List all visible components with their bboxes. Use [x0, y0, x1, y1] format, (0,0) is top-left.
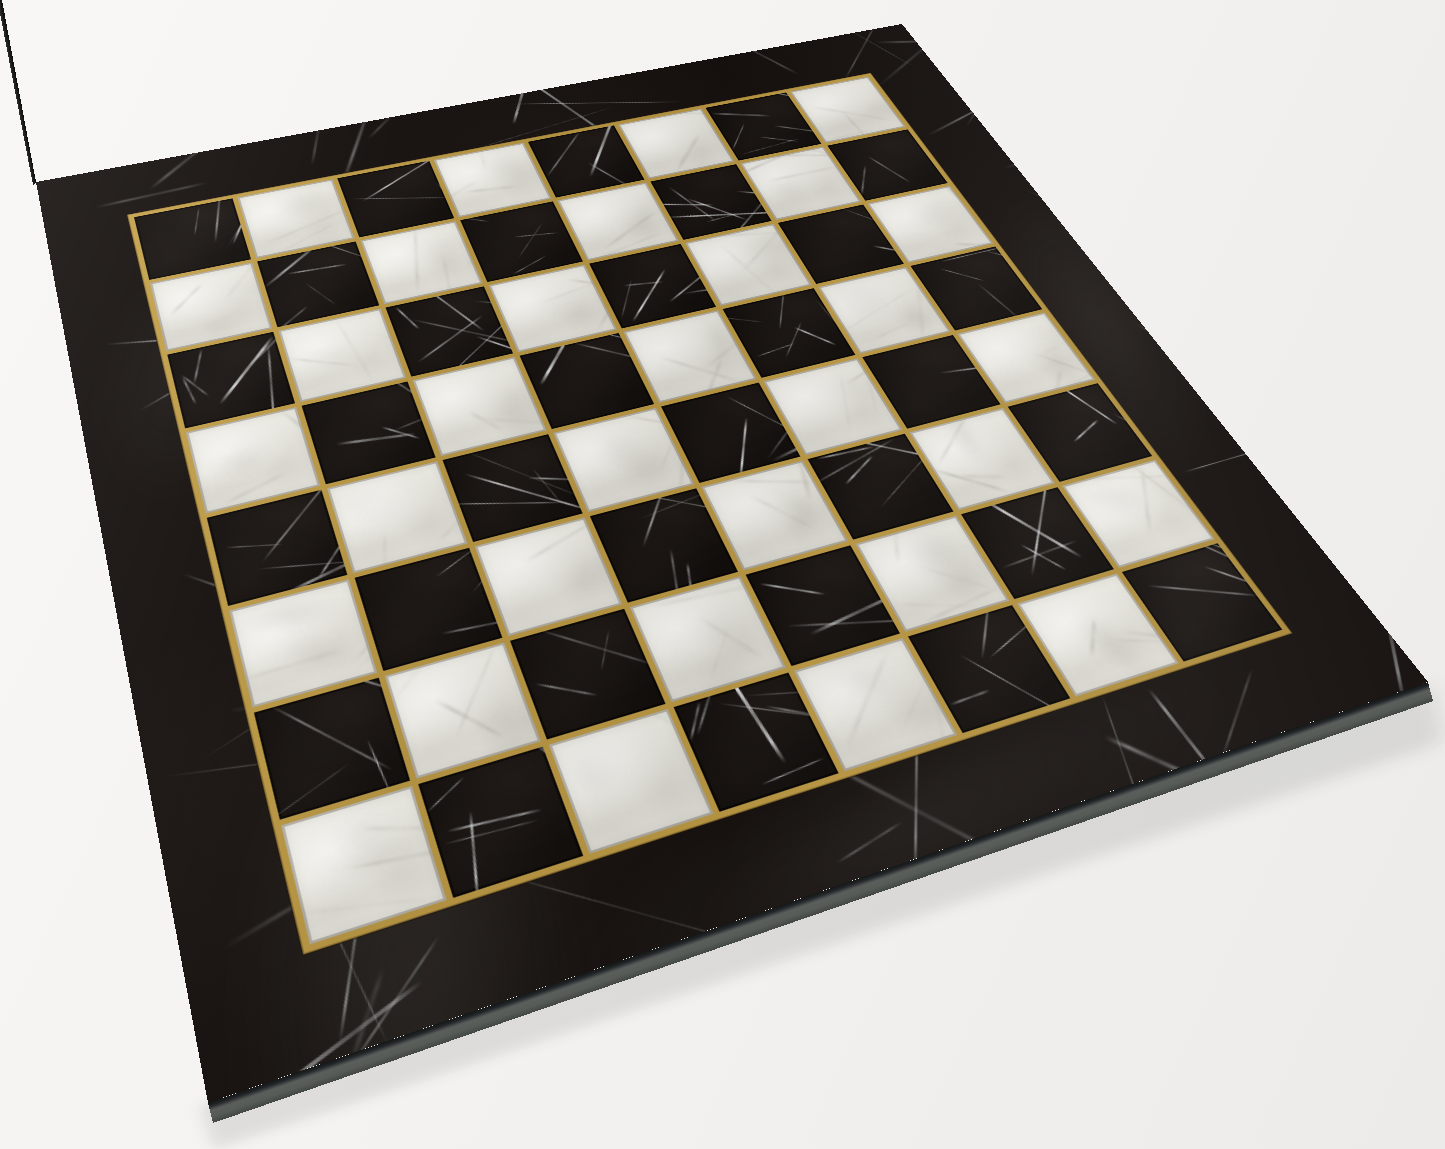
marble-vein: [1141, 468, 1152, 535]
marble-vein: [711, 113, 771, 117]
marble-vein: [603, 210, 658, 250]
marble-vein: [293, 898, 433, 916]
marble-vein: [1332, 494, 1428, 703]
marble-vein: [867, 156, 911, 183]
photo-scene: [0, 0, 1445, 1149]
marble-cloud: [269, 182, 348, 227]
marble-vein: [872, 322, 910, 340]
marble-vein: [223, 263, 258, 302]
marble-vein: [1073, 419, 1099, 442]
marble-vein: [537, 629, 656, 666]
marble-vein: [194, 208, 200, 235]
marble-vein: [687, 198, 746, 220]
marble-vein: [454, 645, 496, 741]
marble-vein: [218, 336, 274, 404]
marble-vein: [1075, 475, 1179, 480]
marble-vein: [718, 673, 787, 764]
marble-vein: [512, 255, 547, 275]
marble-vein: [786, 619, 899, 628]
marble-vein: [434, 699, 504, 738]
marble-vein: [273, 306, 308, 328]
marble-vein: [756, 343, 794, 357]
marble-vein: [761, 757, 824, 784]
marble-vein: [469, 811, 480, 898]
marble-vein: [938, 415, 968, 465]
marble-vein: [659, 357, 740, 383]
marble-vein: [194, 350, 204, 384]
marble-vein: [547, 131, 581, 177]
marble-vein: [442, 616, 503, 635]
marble-vein: [181, 375, 210, 397]
marble-vein: [318, 539, 345, 578]
marble-vein: [1060, 216, 1131, 226]
marble-vein: [336, 433, 416, 446]
marble-vein: [977, 496, 1081, 558]
marble-vein: [1230, 390, 1314, 516]
marble-vein: [836, 821, 903, 865]
marble-vein: [148, 135, 218, 190]
marble-vein: [846, 650, 888, 748]
marble-vein: [474, 143, 487, 172]
marble-cloud: [327, 483, 402, 527]
marble-vein: [921, 567, 997, 591]
marble-vein: [532, 468, 560, 501]
marble-vein: [444, 819, 538, 844]
marble-cloud: [606, 441, 677, 502]
marble-vein: [447, 809, 542, 832]
marble-vein: [652, 204, 713, 206]
marble-vein: [1090, 618, 1096, 658]
marble-cloud: [1075, 481, 1156, 518]
marble-vein: [335, 320, 375, 383]
marble-cloud: [192, 312, 247, 343]
marble-vein: [381, 426, 420, 439]
marble-vein: [779, 292, 784, 330]
marble-vein: [697, 616, 765, 660]
marble-vein: [953, 243, 993, 246]
marble-cloud: [533, 294, 616, 333]
marble-vein: [773, 155, 836, 156]
marble-vein: [721, 245, 779, 297]
marble-vein: [624, 281, 664, 286]
marble-vein: [238, 648, 344, 682]
marble-vein: [287, 357, 355, 366]
marble-vein: [510, 102, 681, 105]
marble-vein: [774, 125, 819, 132]
marble-cloud: [319, 823, 428, 895]
marble-vein: [1262, 391, 1353, 471]
marble-vein: [467, 411, 503, 431]
marble-vein: [514, 232, 559, 237]
marble-vein: [518, 222, 543, 258]
marble-cloud: [1074, 612, 1132, 662]
marble-vein: [802, 24, 915, 67]
marble-vein: [413, 225, 419, 294]
marble-vein: [622, 280, 633, 319]
marble-vein: [981, 605, 993, 659]
marble-cloud: [902, 522, 973, 582]
marble-vein: [305, 283, 337, 305]
marble-vein: [1379, 585, 1406, 703]
marble-vein: [464, 473, 583, 512]
marble-vein: [445, 181, 477, 200]
marble-vein: [891, 603, 978, 607]
marble-vein: [346, 846, 447, 869]
marble-vein: [287, 264, 347, 275]
marble-cloud: [580, 421, 666, 483]
marble-vein: [589, 125, 617, 177]
marble-vein: [1056, 384, 1117, 425]
marble-vein: [642, 488, 675, 547]
marble-vein: [1193, 370, 1299, 493]
marble-vein: [786, 322, 802, 358]
marble-cloud: [763, 173, 820, 209]
marble-vein: [957, 475, 1007, 478]
marble-cloud: [778, 492, 819, 555]
marble-vein: [270, 704, 394, 771]
marble-vein: [881, 24, 1007, 85]
marble-cloud: [827, 655, 904, 707]
marble-vein: [966, 29, 1029, 127]
marble-vein: [759, 137, 799, 142]
marble-vein: [841, 288, 914, 334]
marble-cloud: [199, 433, 278, 492]
marble-vein: [665, 211, 771, 218]
marble-vein: [732, 123, 745, 150]
marble-vein: [844, 24, 876, 80]
marble-cloud: [562, 742, 625, 803]
marble-cloud: [623, 191, 664, 237]
marble-vein: [417, 315, 484, 363]
marble-vein: [262, 489, 337, 562]
marble-cloud: [423, 247, 466, 271]
marble-vein: [384, 533, 386, 573]
marble-vein: [1031, 487, 1050, 576]
marble-vein: [676, 134, 701, 172]
marble-vein: [260, 558, 348, 570]
marble-vein: [1108, 640, 1179, 644]
marble-cloud: [923, 545, 995, 619]
marble-vein: [844, 455, 873, 485]
marble-vein: [427, 776, 465, 812]
marble-cloud: [302, 344, 370, 375]
marble-vein: [600, 630, 609, 671]
marble-vein: [1003, 129, 1159, 168]
marble-vein: [368, 100, 408, 139]
marble-vein: [169, 283, 203, 316]
marble-vein: [768, 166, 839, 182]
marble-vein: [464, 185, 518, 193]
marble-vein: [1186, 269, 1196, 372]
marble-cloud: [270, 629, 350, 678]
marble-vein: [932, 468, 1010, 493]
marble-vein: [950, 689, 991, 705]
marble-vein: [447, 502, 564, 505]
marble-vein: [875, 40, 979, 42]
marble-vein: [525, 521, 594, 563]
marble-vein: [182, 377, 197, 405]
marble-vein: [535, 682, 598, 696]
marble-vein: [793, 327, 836, 346]
marble-vein: [690, 701, 701, 740]
marble-vein: [311, 109, 323, 165]
marble-vein: [225, 544, 283, 548]
marble-vein: [359, 827, 435, 831]
marble-cloud: [331, 809, 396, 861]
marble-vein: [351, 197, 450, 199]
marble-vein: [748, 495, 814, 530]
marble-vein: [740, 418, 748, 480]
marble-vein: [1133, 322, 1322, 438]
marble-cloud: [219, 444, 277, 488]
marble-vein: [1001, 539, 1078, 568]
marble-cloud: [682, 598, 764, 665]
marble-vein: [396, 661, 426, 698]
marble-vein: [264, 208, 349, 245]
marble-vein: [879, 24, 970, 86]
marble-vein: [940, 268, 986, 281]
marble-vein: [395, 307, 420, 329]
marble-vein: [809, 106, 895, 121]
marble-vein: [861, 166, 866, 196]
marble-vein: [731, 480, 814, 483]
marble-vein: [632, 268, 667, 321]
marble-vein: [214, 198, 222, 242]
marble-vein: [1020, 544, 1067, 571]
marble-vein: [917, 281, 925, 345]
marble-vein: [1024, 189, 1190, 262]
marble-vein: [710, 626, 730, 681]
marble-vein: [722, 317, 762, 323]
marble-vein: [512, 85, 526, 124]
marble-vein: [461, 216, 489, 221]
marble-vein: [927, 71, 1049, 135]
marble-vein: [1031, 352, 1095, 388]
marble-vein: [1186, 378, 1249, 405]
marble-vein: [481, 418, 547, 424]
marble-vein: [706, 213, 738, 222]
marble-vein: [411, 319, 514, 344]
marble-vein: [759, 583, 824, 595]
marble-vein: [1147, 585, 1258, 596]
marble-vein: [793, 460, 812, 500]
marble-vein: [668, 187, 716, 222]
marble-vein: [717, 31, 800, 75]
marble-cloud: [830, 278, 902, 328]
marble-cloud: [1070, 609, 1160, 689]
marble-vein: [1184, 451, 1256, 473]
marble-vein: [840, 373, 852, 434]
